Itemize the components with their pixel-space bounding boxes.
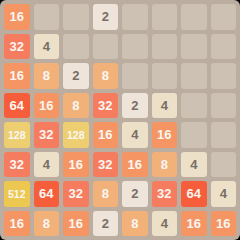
tile-4: 4	[152, 93, 178, 119]
empty-cell	[211, 34, 237, 60]
tile-16: 16	[181, 211, 207, 237]
tile-32: 32	[63, 181, 89, 207]
tile-128: 128	[4, 122, 30, 148]
game-board[interactable]: 1623241682864168322412832128164163241632…	[0, 0, 240, 240]
empty-cell	[152, 63, 178, 89]
empty-cell	[181, 34, 207, 60]
empty-cell	[181, 122, 207, 148]
empty-cell	[93, 34, 119, 60]
tile-4: 4	[181, 152, 207, 178]
tile-8: 8	[122, 211, 148, 237]
empty-cell	[211, 152, 237, 178]
tile-512: 512	[4, 181, 30, 207]
tile-4: 4	[152, 211, 178, 237]
empty-cell	[211, 122, 237, 148]
tile-16: 16	[4, 63, 30, 89]
tile-2: 2	[93, 4, 119, 30]
empty-cell	[152, 34, 178, 60]
tile-8: 8	[63, 93, 89, 119]
tile-4: 4	[122, 122, 148, 148]
tile-32: 32	[4, 34, 30, 60]
tile-8: 8	[93, 181, 119, 207]
empty-cell	[34, 4, 60, 30]
empty-cell	[211, 4, 237, 30]
tile-64: 64	[34, 181, 60, 207]
tile-16: 16	[93, 122, 119, 148]
tile-8: 8	[93, 63, 119, 89]
tile-16: 16	[122, 152, 148, 178]
empty-cell	[181, 4, 207, 30]
tile-32: 32	[4, 152, 30, 178]
empty-cell	[122, 34, 148, 60]
tile-8: 8	[152, 152, 178, 178]
tile-4: 4	[211, 181, 237, 207]
tile-16: 16	[63, 211, 89, 237]
tile-4: 4	[34, 34, 60, 60]
tile-16: 16	[152, 122, 178, 148]
tile-32: 32	[152, 181, 178, 207]
tile-2: 2	[93, 211, 119, 237]
empty-cell	[152, 4, 178, 30]
tile-64: 64	[181, 181, 207, 207]
tile-128: 128	[63, 122, 89, 148]
tile-16: 16	[211, 211, 237, 237]
tile-8: 8	[34, 63, 60, 89]
tile-16: 16	[4, 4, 30, 30]
empty-cell	[181, 63, 207, 89]
tile-32: 32	[93, 152, 119, 178]
tile-2: 2	[63, 63, 89, 89]
tile-16: 16	[4, 211, 30, 237]
empty-cell	[122, 63, 148, 89]
tile-16: 16	[63, 152, 89, 178]
tile-2: 2	[122, 181, 148, 207]
tile-16: 16	[34, 93, 60, 119]
empty-cell	[122, 4, 148, 30]
empty-cell	[181, 93, 207, 119]
tile-4: 4	[34, 152, 60, 178]
tile-32: 32	[34, 122, 60, 148]
empty-cell	[211, 63, 237, 89]
tile-8: 8	[34, 211, 60, 237]
tile-64: 64	[4, 93, 30, 119]
tile-2: 2	[122, 93, 148, 119]
tile-32: 32	[93, 93, 119, 119]
empty-cell	[63, 4, 89, 30]
empty-cell	[63, 34, 89, 60]
empty-cell	[211, 93, 237, 119]
